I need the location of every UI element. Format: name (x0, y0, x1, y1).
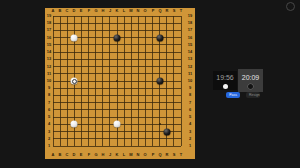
board-coordinate-label: J (109, 9, 111, 13)
board-coordinate-label: 4 (47, 122, 49, 126)
board-coordinate-label: 2 (189, 137, 191, 141)
grid-line (53, 95, 181, 96)
board-coordinate-label: 9 (47, 86, 49, 90)
board-coordinate-label: 18 (188, 21, 192, 25)
board-coordinate-label: 14 (46, 50, 50, 54)
grid-line (152, 16, 153, 146)
board-coordinate-label: S (173, 9, 176, 13)
black-stone (114, 34, 121, 41)
board-coordinate-label: 4 (189, 122, 191, 126)
board-coordinate-label: 3 (47, 130, 49, 134)
grid-line (53, 131, 181, 132)
last-move-marker (72, 79, 77, 84)
board-coordinate-label: H (101, 153, 104, 157)
board-coordinate-label: J (109, 153, 111, 157)
grid-line (53, 117, 181, 118)
board-coordinate-label: 11 (46, 72, 50, 76)
board-coordinate-label: G (94, 9, 97, 13)
black-stone-icon (248, 84, 253, 89)
white-clock: 19:56 (213, 71, 237, 90)
board-coordinate-label: B (59, 9, 62, 13)
board-coordinate-label: R (165, 9, 168, 13)
white-clock-time: 19:56 (213, 74, 237, 81)
white-stone (71, 78, 78, 85)
board-coordinate-label: N (137, 9, 140, 13)
board-coordinate-label: F (87, 153, 89, 157)
board-coordinate-label: D (73, 9, 76, 13)
board-coordinate-label: 17 (188, 28, 192, 32)
pass-button-label: Pass (229, 93, 237, 96)
resign-button[interactable]: Resign (246, 92, 260, 98)
black-stone (156, 78, 163, 85)
grid-line (124, 16, 125, 146)
board-coordinate-label: 12 (188, 65, 192, 69)
board-coordinate-label: F (87, 9, 89, 13)
board-coordinate-label: D (73, 153, 76, 157)
board-coordinate-label: 8 (189, 93, 191, 97)
board-coordinate-label: 13 (188, 57, 192, 61)
board-coordinate-label: R (165, 153, 168, 157)
board-coordinate-label: 1 (47, 144, 49, 148)
board-coordinate-label: 11 (188, 72, 192, 76)
board-coordinate-label: 7 (189, 101, 191, 105)
black-clock: 20:09 (238, 69, 263, 92)
board-coordinate-label: 5 (189, 115, 191, 119)
board-coordinate-label: 17 (46, 28, 50, 32)
app-window: AABBCCDDEEFFGGHHJJKKLLMMNNOOPPQQRRSSTT19… (0, 0, 300, 168)
board-coordinate-label: 6 (189, 108, 191, 112)
board-coordinate-label: C (66, 9, 69, 13)
grid-line (53, 102, 181, 103)
board-coordinate-label: 9 (189, 86, 191, 90)
board-coordinate-label: N (137, 153, 140, 157)
board-coordinate-label: A (52, 9, 55, 13)
board-coordinate-label: T (180, 9, 182, 13)
board-coordinate-label: L (123, 153, 125, 157)
board-coordinate-label: A (52, 153, 55, 157)
grid-line (53, 88, 181, 89)
board-coordinate-label: C (66, 153, 69, 157)
grid-line (53, 146, 181, 147)
board-coordinate-label: 6 (47, 108, 49, 112)
board-coordinate-label: 8 (47, 93, 49, 97)
star-point (159, 123, 161, 125)
board-coordinate-label: T (180, 153, 182, 157)
board-coordinate-label: 16 (46, 36, 50, 40)
board-coordinate-label: 3 (189, 130, 191, 134)
black-stone (163, 128, 170, 135)
board-coordinate-label: E (80, 153, 83, 157)
pass-button[interactable]: Pass (226, 92, 240, 98)
board-coordinate-label: 18 (46, 21, 50, 25)
grid-line (138, 16, 139, 146)
board-coordinate-label: 10 (188, 79, 192, 83)
board-coordinate-label: 15 (46, 43, 50, 47)
board-coordinate-label: G (94, 153, 97, 157)
board-coordinate-label: L (123, 9, 125, 13)
board-coordinate-label: 19 (46, 14, 50, 18)
board-coordinate-label: 5 (47, 115, 49, 119)
board-coordinate-label: 16 (188, 36, 192, 40)
board-coordinate-label: H (101, 9, 104, 13)
board-coordinate-label: O (144, 153, 147, 157)
black-clock-time: 20:09 (238, 74, 263, 81)
board-coordinate-label: 19 (188, 14, 192, 18)
grid-line (145, 16, 146, 146)
white-stone (71, 121, 78, 128)
board-coordinate-label: Q (158, 153, 161, 157)
grid-line (181, 16, 182, 146)
board-coordinate-label: M (130, 153, 133, 157)
board-coordinate-label: P (151, 9, 154, 13)
grid-line (173, 16, 174, 146)
board-coordinate-label: 13 (46, 57, 50, 61)
board-coordinate-label: O (144, 9, 147, 13)
board-coordinate-label: M (130, 9, 133, 13)
board-coordinate-label: B (59, 153, 62, 157)
board-coordinate-label: 10 (46, 79, 50, 83)
go-board[interactable]: AABBCCDDEEFFGGHHJJKKLLMMNNOOPPQQRRSSTT19… (45, 8, 195, 159)
board-coordinate-label: E (80, 9, 83, 13)
board-coordinate-label: 12 (46, 65, 50, 69)
board-coordinate-label: K (116, 153, 119, 157)
settings-icon[interactable] (286, 2, 295, 11)
white-stone (71, 34, 78, 41)
board-coordinate-label: S (173, 153, 176, 157)
board-coordinate-label: 1 (189, 144, 191, 148)
board-coordinate-label: 2 (47, 137, 49, 141)
resign-button-label: Resign (249, 93, 257, 96)
star-point (116, 80, 118, 82)
board-coordinate-label: 7 (47, 101, 49, 105)
black-stone (156, 34, 163, 41)
board-coordinate-label: 15 (188, 43, 192, 47)
white-stone-icon (223, 84, 228, 89)
grid-line (53, 138, 181, 139)
grid-line (131, 16, 132, 146)
grid-line (53, 109, 181, 110)
board-coordinate-label: Q (158, 9, 161, 13)
board-coordinate-label: K (116, 9, 119, 13)
grid-line (166, 16, 167, 146)
board-coordinate-label: P (151, 153, 154, 157)
white-stone (114, 121, 121, 128)
board-coordinate-label: 14 (188, 50, 192, 54)
